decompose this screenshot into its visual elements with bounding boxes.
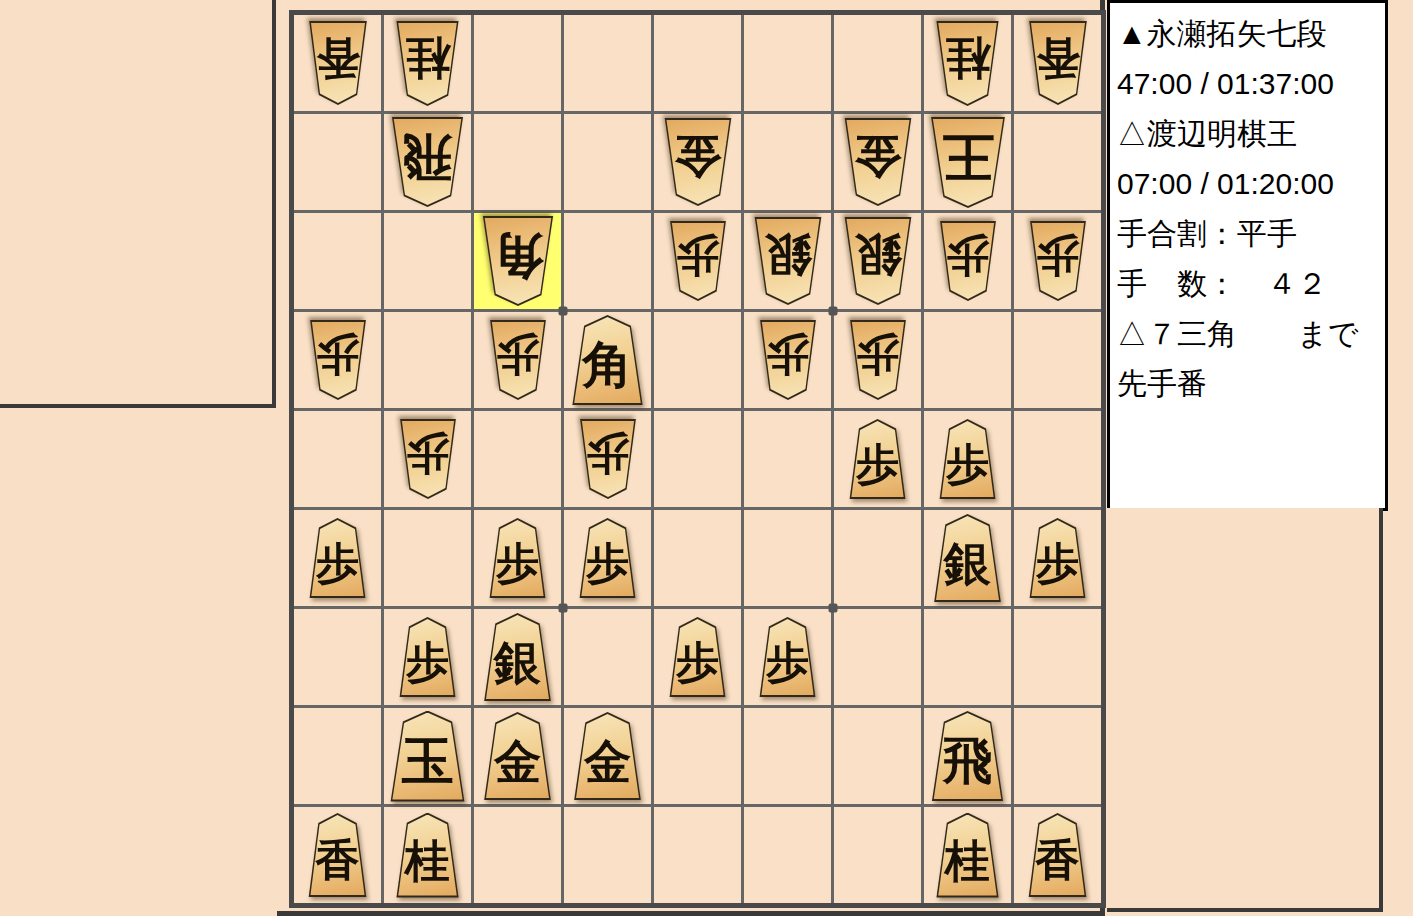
shogi-board: 香桂桂香飛金金王角歩銀銀歩歩歩歩角歩歩歩歩歩歩歩歩歩銀歩歩銀歩歩玉金金飛香桂桂香 xyxy=(277,0,1105,916)
square-85[interactable]: 歩 xyxy=(384,411,471,507)
gote-silver[interactable]: 銀 xyxy=(841,217,915,305)
sente-clock: 47:00 / 01:37:00 xyxy=(1117,59,1385,109)
square-93[interactable] xyxy=(294,213,381,309)
piece-kanji: 玉 xyxy=(387,711,469,802)
sente-pawn[interactable]: 歩 xyxy=(397,617,459,697)
square-12[interactable] xyxy=(1014,114,1101,210)
piece-kanji: 歩 xyxy=(667,617,729,697)
square-92[interactable] xyxy=(294,114,381,210)
square-59[interactable] xyxy=(654,807,741,903)
square-82[interactable]: 飛 xyxy=(384,114,471,210)
square-26[interactable]: 銀 xyxy=(924,510,1011,606)
square-99[interactable]: 香 xyxy=(294,807,381,903)
square-75[interactable] xyxy=(474,411,561,507)
square-49[interactable] xyxy=(744,807,831,903)
square-61[interactable] xyxy=(564,15,651,111)
piece-kanji: 角 xyxy=(569,315,647,405)
square-67[interactable] xyxy=(564,609,651,705)
square-38[interactable] xyxy=(834,708,921,804)
piece-kanji: 歩 xyxy=(307,518,369,598)
square-72[interactable] xyxy=(474,114,561,210)
square-95[interactable] xyxy=(294,411,381,507)
piece-kanji: 銀 xyxy=(841,217,915,305)
sente-pawn[interactable]: 歩 xyxy=(307,518,369,598)
square-14[interactable] xyxy=(1014,312,1101,408)
square-46[interactable] xyxy=(744,510,831,606)
square-91[interactable]: 香 xyxy=(294,15,381,111)
square-77[interactable]: 銀 xyxy=(474,609,561,705)
square-63[interactable] xyxy=(564,213,651,309)
piece-kanji: 歩 xyxy=(577,518,639,598)
gote-pawn[interactable]: 歩 xyxy=(847,320,909,400)
piece-kanji: 香 xyxy=(1026,813,1090,897)
gote-king[interactable]: 王 xyxy=(927,117,1009,208)
sente-silver[interactable]: 銀 xyxy=(931,514,1005,602)
gote-gold[interactable]: 金 xyxy=(841,118,915,206)
square-18[interactable] xyxy=(1014,708,1101,804)
piece-kanji: 金 xyxy=(571,712,645,800)
piece-kanji: 歩 xyxy=(487,518,549,598)
square-56[interactable] xyxy=(654,510,741,606)
piece-kanji: 歩 xyxy=(307,320,369,400)
piece-kanji: 歩 xyxy=(847,320,909,400)
sente-pawn[interactable]: 歩 xyxy=(1027,518,1089,598)
gote-lance[interactable]: 香 xyxy=(1026,21,1090,105)
piece-kanji: 王 xyxy=(927,117,1009,208)
square-33[interactable]: 銀 xyxy=(834,213,921,309)
square-74[interactable]: 歩 xyxy=(474,312,561,408)
square-55[interactable] xyxy=(654,411,741,507)
sente-knight[interactable]: 桂 xyxy=(933,813,1002,898)
square-78[interactable]: 金 xyxy=(474,708,561,804)
square-25[interactable]: 歩 xyxy=(924,411,1011,507)
square-45[interactable] xyxy=(744,411,831,507)
square-86[interactable] xyxy=(384,510,471,606)
sente-knight[interactable]: 桂 xyxy=(393,813,462,898)
square-32[interactable]: 金 xyxy=(834,114,921,210)
gote-silver[interactable]: 銀 xyxy=(751,217,825,305)
square-96[interactable]: 歩 xyxy=(294,510,381,606)
move-count-label: 手 数： ４２ xyxy=(1117,259,1385,309)
hoshi-dot xyxy=(558,603,567,612)
square-65[interactable]: 歩 xyxy=(564,411,651,507)
game-info-panel: ▲永瀬拓矢七段 47:00 / 01:37:00 △渡辺明棋王 07:00 / … xyxy=(1107,0,1388,511)
square-88[interactable]: 玉 xyxy=(384,708,471,804)
board-grid: 香桂桂香飛金金王角歩銀銀歩歩歩歩角歩歩歩歩歩歩歩歩歩銀歩歩銀歩歩玉金金飛香桂桂香 xyxy=(289,10,1106,908)
gote-gold[interactable]: 金 xyxy=(661,118,735,206)
square-54[interactable] xyxy=(654,312,741,408)
sente-lance[interactable]: 香 xyxy=(306,813,370,897)
sente-pawn[interactable]: 歩 xyxy=(667,617,729,697)
piece-kanji: 歩 xyxy=(847,419,909,499)
gote-lance[interactable]: 香 xyxy=(306,21,370,105)
square-87[interactable]: 歩 xyxy=(384,609,471,705)
sente-king[interactable]: 玉 xyxy=(387,711,469,802)
square-28[interactable]: 飛 xyxy=(924,708,1011,804)
piece-kanji: 桂 xyxy=(933,21,1002,106)
sente-pawn[interactable]: 歩 xyxy=(937,419,999,499)
sente-bishop[interactable]: 角 xyxy=(569,315,647,405)
square-97[interactable] xyxy=(294,609,381,705)
piece-kanji: 歩 xyxy=(667,221,729,301)
square-21[interactable]: 桂 xyxy=(924,15,1011,111)
square-53[interactable]: 歩 xyxy=(654,213,741,309)
gote-rook[interactable]: 飛 xyxy=(388,117,467,207)
piece-kanji: 香 xyxy=(306,21,370,105)
square-83[interactable] xyxy=(384,213,471,309)
gote-pawn[interactable]: 歩 xyxy=(307,320,369,400)
hoshi-dot xyxy=(828,603,837,612)
square-79[interactable] xyxy=(474,807,561,903)
square-62[interactable] xyxy=(564,114,651,210)
piece-kanji: 桂 xyxy=(393,21,462,106)
square-64[interactable]: 角 xyxy=(564,312,651,408)
square-94[interactable]: 歩 xyxy=(294,312,381,408)
square-16[interactable]: 歩 xyxy=(1014,510,1101,606)
sente-pawn[interactable]: 歩 xyxy=(757,617,819,697)
hoshi-dot xyxy=(558,306,567,315)
piece-kanji: 歩 xyxy=(397,419,459,499)
square-66[interactable]: 歩 xyxy=(564,510,651,606)
gote-pawn[interactable]: 歩 xyxy=(937,221,999,301)
sente-pawn[interactable]: 歩 xyxy=(487,518,549,598)
square-22[interactable]: 王 xyxy=(924,114,1011,210)
piece-kanji: 歩 xyxy=(397,617,459,697)
sente-rook[interactable]: 飛 xyxy=(928,711,1007,801)
square-52[interactable]: 金 xyxy=(654,114,741,210)
gote-clock: 07:00 / 01:20:00 xyxy=(1117,159,1385,209)
piece-kanji: 飛 xyxy=(388,117,467,207)
piece-kanji: 銀 xyxy=(931,514,1005,602)
square-24[interactable] xyxy=(924,312,1011,408)
square-57[interactable]: 歩 xyxy=(654,609,741,705)
piece-kanji: 桂 xyxy=(933,813,1002,898)
square-19[interactable]: 香 xyxy=(1014,807,1101,903)
piece-kanji: 香 xyxy=(1026,21,1090,105)
piece-kanji: 飛 xyxy=(928,711,1007,801)
piece-kanji: 金 xyxy=(841,118,915,206)
square-71[interactable] xyxy=(474,15,561,111)
sente-gold[interactable]: 金 xyxy=(481,712,555,800)
square-81[interactable]: 桂 xyxy=(384,15,471,111)
piece-kanji: 歩 xyxy=(757,617,819,697)
square-89[interactable]: 桂 xyxy=(384,807,471,903)
square-68[interactable]: 金 xyxy=(564,708,651,804)
piece-kanji: 歩 xyxy=(1027,221,1089,301)
turn-indicator: 先手番 xyxy=(1117,359,1385,409)
piece-kanji: 歩 xyxy=(577,419,639,499)
piece-kanji: 歩 xyxy=(937,221,999,301)
square-58[interactable] xyxy=(654,708,741,804)
hoshi-dot xyxy=(828,306,837,315)
square-39[interactable] xyxy=(834,807,921,903)
gote-pawn[interactable]: 歩 xyxy=(757,320,819,400)
player-gote-name: △渡辺明棋王 xyxy=(1117,109,1385,159)
square-69[interactable] xyxy=(564,807,651,903)
gote-pawn[interactable]: 歩 xyxy=(1027,221,1089,301)
square-47[interactable]: 歩 xyxy=(744,609,831,705)
sente-pawn[interactable]: 歩 xyxy=(577,518,639,598)
piece-kanji: 銀 xyxy=(481,613,555,701)
last-move-label: △７三角 まで xyxy=(1117,309,1385,359)
piece-kanji: 歩 xyxy=(757,320,819,400)
gote-bishop[interactable]: 角 xyxy=(479,216,557,306)
square-29[interactable]: 桂 xyxy=(924,807,1011,903)
gote-pawn[interactable]: 歩 xyxy=(667,221,729,301)
handicap-label: 手合割：平手 xyxy=(1117,209,1385,259)
piece-kanji: 桂 xyxy=(393,813,462,898)
square-73-last-move[interactable]: 角 xyxy=(474,213,561,309)
sente-lance[interactable]: 香 xyxy=(1026,813,1090,897)
player-sente-name: ▲永瀬拓矢七段 xyxy=(1117,9,1385,59)
square-41[interactable] xyxy=(744,15,831,111)
square-11[interactable]: 香 xyxy=(1014,15,1101,111)
gote-knight[interactable]: 桂 xyxy=(933,21,1002,106)
gote-komadai xyxy=(0,0,276,408)
piece-kanji: 香 xyxy=(306,813,370,897)
square-34[interactable]: 歩 xyxy=(834,312,921,408)
square-27[interactable] xyxy=(924,609,1011,705)
square-42[interactable] xyxy=(744,114,831,210)
gote-pawn[interactable]: 歩 xyxy=(397,419,459,499)
square-48[interactable] xyxy=(744,708,831,804)
square-23[interactable]: 歩 xyxy=(924,213,1011,309)
piece-kanji: 歩 xyxy=(937,419,999,499)
gote-knight[interactable]: 桂 xyxy=(393,21,462,106)
piece-kanji: 歩 xyxy=(1027,518,1089,598)
square-36[interactable] xyxy=(834,510,921,606)
piece-kanji: 金 xyxy=(661,118,735,206)
sente-komadai xyxy=(1107,508,1383,912)
square-98[interactable] xyxy=(294,708,381,804)
square-51[interactable] xyxy=(654,15,741,111)
sente-pawn[interactable]: 歩 xyxy=(847,419,909,499)
square-31[interactable] xyxy=(834,15,921,111)
square-84[interactable] xyxy=(384,312,471,408)
piece-kanji: 歩 xyxy=(487,320,549,400)
sente-gold[interactable]: 金 xyxy=(571,712,645,800)
sente-silver[interactable]: 銀 xyxy=(481,613,555,701)
gote-pawn[interactable]: 歩 xyxy=(487,320,549,400)
square-13[interactable]: 歩 xyxy=(1014,213,1101,309)
square-37[interactable] xyxy=(834,609,921,705)
square-35[interactable]: 歩 xyxy=(834,411,921,507)
gote-pawn[interactable]: 歩 xyxy=(577,419,639,499)
square-43[interactable]: 銀 xyxy=(744,213,831,309)
piece-kanji: 金 xyxy=(481,712,555,800)
square-44[interactable]: 歩 xyxy=(744,312,831,408)
square-15[interactable] xyxy=(1014,411,1101,507)
square-17[interactable] xyxy=(1014,609,1101,705)
piece-kanji: 銀 xyxy=(751,217,825,305)
square-76[interactable]: 歩 xyxy=(474,510,561,606)
piece-kanji: 角 xyxy=(479,216,557,306)
